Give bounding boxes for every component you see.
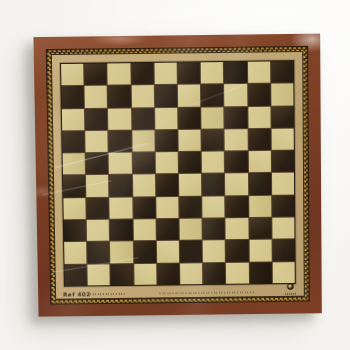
board-square[interactable] — [132, 108, 155, 130]
board-square[interactable] — [248, 129, 270, 151]
board-square[interactable] — [202, 196, 224, 217]
board-square[interactable] — [61, 86, 84, 108]
board-square[interactable] — [109, 130, 132, 152]
board-square[interactable] — [202, 152, 224, 174]
board-square[interactable] — [271, 106, 293, 128]
board-square[interactable] — [88, 264, 110, 285]
board-square[interactable] — [157, 263, 179, 284]
board-square[interactable] — [62, 109, 85, 131]
board-square[interactable] — [226, 218, 248, 239]
fine-print — [90, 292, 126, 295]
board-square[interactable] — [225, 174, 247, 196]
board-square[interactable] — [156, 197, 178, 218]
board-square[interactable] — [63, 198, 86, 219]
board-square[interactable] — [203, 263, 225, 284]
board-square[interactable] — [178, 107, 200, 129]
board-square[interactable] — [87, 242, 109, 263]
board-square[interactable] — [86, 153, 109, 175]
board-grid — [60, 60, 296, 287]
board-square[interactable] — [225, 129, 247, 151]
board-square[interactable] — [108, 86, 131, 108]
ref-label: Ref 402 — [63, 292, 91, 299]
board-square[interactable] — [226, 196, 248, 217]
board-square[interactable] — [133, 197, 155, 218]
board-square[interactable] — [108, 108, 131, 130]
board-square[interactable] — [65, 264, 87, 285]
board-square[interactable] — [85, 86, 108, 108]
board-square[interactable] — [62, 131, 85, 153]
board-square[interactable] — [155, 107, 178, 129]
board-square[interactable] — [179, 174, 201, 196]
board-square[interactable] — [109, 153, 132, 175]
board-square[interactable] — [224, 84, 246, 106]
photo-background: Ref 402 — [0, 0, 350, 350]
board-square[interactable] — [226, 240, 248, 261]
board-square[interactable] — [249, 218, 271, 239]
board-square[interactable] — [226, 262, 248, 283]
board-square[interactable] — [202, 129, 224, 151]
board-square[interactable] — [63, 153, 86, 175]
board-square[interactable] — [110, 242, 132, 263]
board-square[interactable] — [202, 174, 224, 196]
board-square[interactable] — [85, 108, 108, 130]
board-square[interactable] — [84, 63, 107, 85]
board-square[interactable] — [110, 197, 132, 218]
board-square[interactable] — [203, 241, 225, 262]
fine-print — [160, 291, 256, 295]
board-square[interactable] — [64, 220, 86, 241]
board-square[interactable] — [133, 219, 155, 240]
board-square[interactable] — [64, 242, 86, 263]
board-square[interactable] — [178, 62, 201, 84]
board-square[interactable] — [63, 176, 86, 198]
board-square[interactable] — [155, 152, 177, 174]
board-square[interactable] — [248, 151, 270, 173]
board-square[interactable] — [86, 175, 109, 197]
board-square[interactable] — [225, 151, 247, 173]
board-square[interactable] — [132, 152, 155, 174]
board-square[interactable] — [156, 219, 178, 240]
board-square[interactable] — [131, 85, 154, 107]
maker-logo-icon — [285, 283, 297, 295]
board-square[interactable] — [111, 264, 133, 285]
board-square[interactable] — [87, 220, 109, 241]
maker-logo-script — [285, 293, 297, 295]
board-square[interactable] — [133, 175, 155, 197]
board-square[interactable] — [249, 196, 271, 217]
board-square[interactable] — [224, 62, 247, 84]
board-square[interactable] — [273, 262, 295, 283]
inlay-border: Ref 402 — [46, 46, 310, 305]
game-board: Ref 402 — [33, 34, 321, 317]
board-square[interactable] — [179, 152, 201, 174]
board-square[interactable] — [132, 130, 155, 152]
board-square[interactable] — [134, 264, 156, 285]
board-square[interactable] — [180, 263, 202, 284]
board-square[interactable] — [61, 64, 84, 86]
board-square[interactable] — [155, 85, 178, 107]
board-square[interactable] — [87, 198, 110, 219]
board-square[interactable] — [271, 61, 293, 83]
board-square[interactable] — [248, 84, 270, 106]
board-square[interactable] — [203, 218, 225, 239]
board-square[interactable] — [180, 241, 202, 262]
board-square[interactable] — [272, 240, 294, 261]
board-square[interactable] — [249, 173, 271, 195]
board-square[interactable] — [271, 84, 293, 106]
board-margin: Ref 402 — [51, 51, 305, 300]
board-square[interactable] — [178, 130, 200, 152]
board-square[interactable] — [155, 130, 178, 152]
board-square[interactable] — [272, 173, 294, 195]
board-square[interactable] — [85, 131, 108, 153]
board-square[interactable] — [249, 240, 271, 261]
board-square[interactable] — [201, 85, 224, 107]
board-square[interactable] — [272, 218, 294, 239]
board-square[interactable] — [156, 174, 178, 196]
board-square[interactable] — [134, 241, 156, 262]
board-square[interactable] — [201, 107, 223, 129]
board-square[interactable] — [201, 62, 224, 84]
board-square[interactable] — [179, 196, 201, 217]
board-square[interactable] — [154, 63, 177, 85]
board-square[interactable] — [272, 151, 294, 173]
board-square[interactable] — [225, 107, 247, 129]
board-square[interactable] — [109, 175, 132, 197]
board-square[interactable] — [178, 85, 201, 107]
board-square[interactable] — [157, 241, 179, 262]
board-square[interactable] — [248, 61, 270, 83]
board-square[interactable] — [110, 220, 132, 241]
board-square[interactable] — [131, 63, 154, 85]
board-square[interactable] — [180, 219, 202, 240]
board-square[interactable] — [272, 195, 294, 216]
board-square[interactable] — [271, 128, 293, 150]
board-square[interactable] — [248, 106, 270, 128]
board-square[interactable] — [108, 63, 131, 85]
board-square[interactable] — [249, 262, 271, 283]
